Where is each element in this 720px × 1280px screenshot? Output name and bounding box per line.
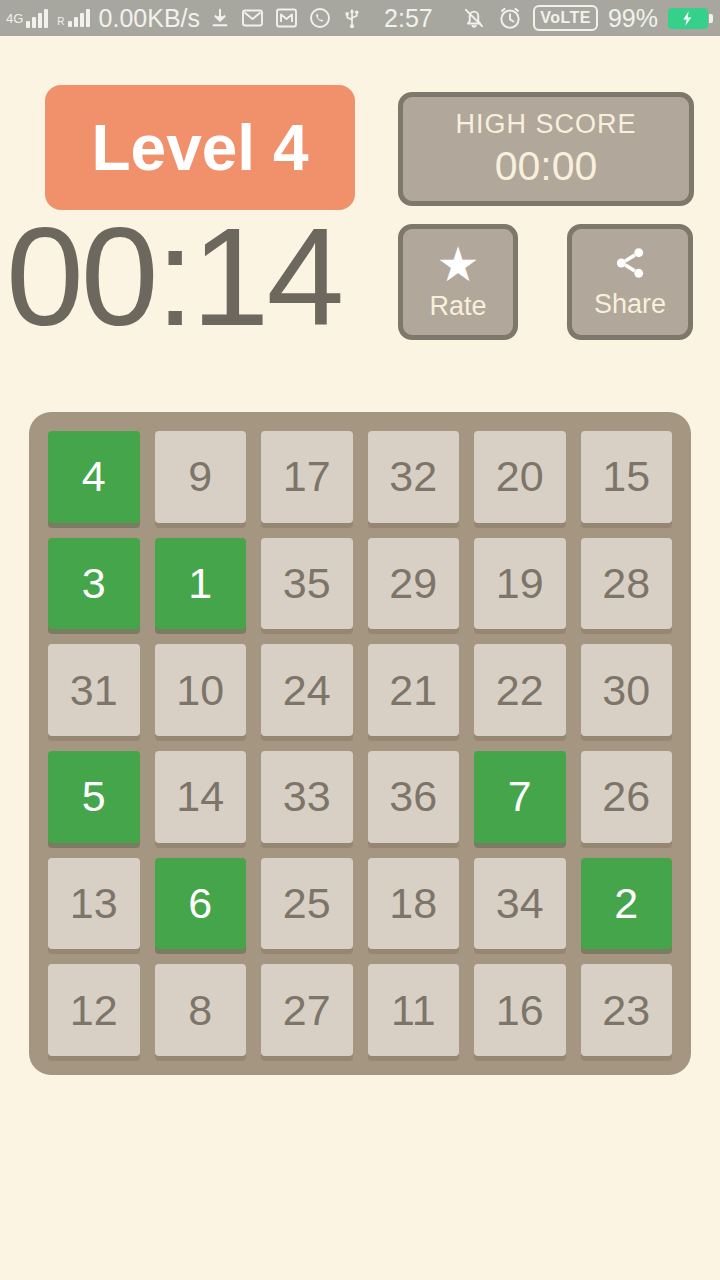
tile[interactable]: 12 — [48, 964, 140, 1056]
whatsapp-icon — [308, 6, 332, 30]
tile[interactable]: 29 — [368, 538, 460, 630]
tile-cleared[interactable]: 2 — [581, 858, 673, 950]
high-score-label: HIGH SCORE — [455, 109, 636, 140]
level-badge: Level 4 — [45, 85, 355, 210]
tile[interactable]: 34 — [474, 858, 566, 950]
tile[interactable]: 19 — [474, 538, 566, 630]
volte-badge: VoLTE — [533, 5, 598, 30]
tile[interactable]: 8 — [155, 964, 247, 1056]
signal-r-icon: R — [57, 9, 89, 27]
tile-cleared[interactable]: 1 — [155, 538, 247, 630]
level-label: Level 4 — [91, 111, 308, 185]
high-score-value: 00:00 — [495, 143, 598, 190]
rate-button-label: Rate — [429, 291, 486, 322]
tile[interactable]: 15 — [581, 431, 673, 523]
timer-display: 00:14 — [6, 207, 398, 347]
network-badge: 4G — [6, 12, 23, 25]
tile-cleared[interactable]: 7 — [474, 751, 566, 843]
tile[interactable]: 33 — [261, 751, 353, 843]
tile-cleared[interactable]: 5 — [48, 751, 140, 843]
star-icon: ★ — [436, 242, 479, 288]
battery-charging-icon — [668, 8, 708, 29]
tile[interactable]: 28 — [581, 538, 673, 630]
tile[interactable]: 35 — [261, 538, 353, 630]
tile[interactable]: 11 — [368, 964, 460, 1056]
tile[interactable]: 9 — [155, 431, 247, 523]
share-button-label: Share — [594, 289, 666, 320]
data-rate-text: 0.00KB/s — [99, 4, 200, 33]
tile[interactable]: 24 — [261, 644, 353, 736]
tile[interactable]: 18 — [368, 858, 460, 950]
tile-cleared[interactable]: 4 — [48, 431, 140, 523]
tile[interactable]: 31 — [48, 644, 140, 736]
tile[interactable]: 20 — [474, 431, 566, 523]
tile[interactable]: 21 — [368, 644, 460, 736]
download-icon — [209, 6, 231, 30]
game-board: 4917322015313529192831102421223051433367… — [29, 412, 691, 1075]
status-time: 2:57 — [384, 4, 433, 33]
tile[interactable]: 22 — [474, 644, 566, 736]
tile[interactable]: 36 — [368, 751, 460, 843]
tile[interactable]: 13 — [48, 858, 140, 950]
usb-icon — [341, 5, 363, 31]
tile[interactable]: 17 — [261, 431, 353, 523]
alarm-clock-icon — [497, 5, 523, 31]
tile-cleared[interactable]: 6 — [155, 858, 247, 950]
mail-icon — [274, 6, 299, 30]
high-score-box: HIGH SCORE 00:00 — [398, 92, 694, 206]
tile[interactable]: 30 — [581, 644, 673, 736]
rate-button[interactable]: ★ Rate — [398, 224, 518, 340]
tile[interactable]: 26 — [581, 751, 673, 843]
tile[interactable]: 10 — [155, 644, 247, 736]
gmail-icon — [240, 6, 265, 30]
tile[interactable]: 23 — [581, 964, 673, 1056]
tile[interactable]: 16 — [474, 964, 566, 1056]
tile[interactable]: 27 — [261, 964, 353, 1056]
roaming-badge: R — [57, 17, 64, 27]
share-icon — [611, 244, 649, 286]
tile-cleared[interactable]: 3 — [48, 538, 140, 630]
tile[interactable]: 14 — [155, 751, 247, 843]
tile[interactable]: 25 — [261, 858, 353, 950]
notifications-muted-icon — [461, 5, 487, 31]
game-screen: 4G R 0.00KB/s — [0, 0, 720, 1280]
signal-4g-icon: 4G — [6, 9, 48, 28]
battery-percent: 99% — [608, 4, 658, 33]
share-button[interactable]: Share — [567, 224, 693, 340]
tile[interactable]: 32 — [368, 431, 460, 523]
status-bar: 4G R 0.00KB/s — [0, 0, 720, 36]
